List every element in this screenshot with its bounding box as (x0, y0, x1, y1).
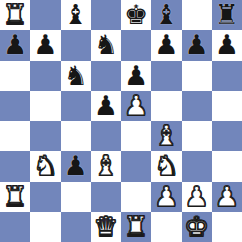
square-h2[interactable]: ♟ (212, 182, 242, 212)
piece-black-pawn[interactable]: ♟ (33, 30, 57, 60)
piece-black-bishop[interactable]: ♝ (64, 0, 88, 30)
piece-white-queen[interactable]: ♛ (94, 212, 118, 242)
square-h5[interactable] (212, 91, 242, 121)
square-a3[interactable] (0, 151, 30, 181)
square-h6[interactable] (212, 61, 242, 91)
square-a7[interactable]: ♟ (0, 30, 30, 60)
piece-white-rook[interactable]: ♜ (124, 212, 148, 242)
square-d7[interactable]: ♞ (91, 30, 121, 60)
square-a6[interactable] (0, 61, 30, 91)
square-g1[interactable]: ♚ (182, 212, 212, 242)
piece-black-pawn[interactable]: ♟ (154, 30, 178, 60)
square-e2[interactable] (121, 182, 151, 212)
square-c6[interactable]: ♞ (61, 61, 91, 91)
square-f8[interactable]: ♝ (151, 0, 181, 30)
piece-white-pawn[interactable]: ♟ (154, 182, 178, 212)
square-b5[interactable] (30, 91, 60, 121)
square-d2[interactable] (91, 182, 121, 212)
square-g5[interactable] (182, 91, 212, 121)
square-f1[interactable] (151, 212, 181, 242)
square-b1[interactable] (30, 212, 60, 242)
square-g3[interactable] (182, 151, 212, 181)
piece-white-knight[interactable]: ♞ (33, 151, 57, 181)
square-h4[interactable] (212, 121, 242, 151)
piece-black-pawn[interactable]: ♟ (215, 30, 239, 60)
piece-black-pawn[interactable]: ♟ (185, 30, 209, 60)
square-c8[interactable]: ♝ (61, 0, 91, 30)
piece-white-rook[interactable]: ♜ (3, 0, 27, 30)
piece-black-pawn[interactable]: ♟ (124, 61, 148, 91)
piece-white-pawn[interactable]: ♟ (215, 182, 239, 212)
square-b7[interactable]: ♟ (30, 30, 60, 60)
piece-black-pawn[interactable]: ♟ (3, 30, 27, 60)
piece-white-bishop[interactable]: ♝ (94, 151, 118, 181)
chess-board: ♜♝♚♝♜♟♟♞♟♟♟♞♟♟♟♝♞♟♝♞♜♟♟♟♛♜♚ (0, 0, 242, 242)
square-f5[interactable] (151, 91, 181, 121)
piece-black-knight[interactable]: ♞ (64, 61, 88, 91)
square-d8[interactable] (91, 0, 121, 30)
piece-white-rook[interactable]: ♜ (3, 182, 27, 212)
square-e8[interactable]: ♚ (121, 0, 151, 30)
piece-black-rook[interactable]: ♜ (215, 0, 239, 30)
square-a4[interactable] (0, 121, 30, 151)
square-h7[interactable]: ♟ (212, 30, 242, 60)
square-e7[interactable] (121, 30, 151, 60)
square-g6[interactable] (182, 61, 212, 91)
square-b6[interactable] (30, 61, 60, 91)
square-e4[interactable] (121, 121, 151, 151)
piece-white-king[interactable]: ♚ (185, 212, 209, 242)
square-d4[interactable] (91, 121, 121, 151)
square-f6[interactable] (151, 61, 181, 91)
square-f3[interactable]: ♞ (151, 151, 181, 181)
square-f2[interactable]: ♟ (151, 182, 181, 212)
chess-board-container: ♜♝♚♝♜♟♟♞♟♟♟♞♟♟♟♝♞♟♝♞♜♟♟♟♛♜♚ (0, 0, 242, 242)
square-a5[interactable] (0, 91, 30, 121)
square-f7[interactable]: ♟ (151, 30, 181, 60)
square-e3[interactable] (121, 151, 151, 181)
square-b8[interactable] (30, 0, 60, 30)
square-a2[interactable]: ♜ (0, 182, 30, 212)
square-h3[interactable] (212, 151, 242, 181)
square-h1[interactable] (212, 212, 242, 242)
square-d3[interactable]: ♝ (91, 151, 121, 181)
square-e6[interactable]: ♟ (121, 61, 151, 91)
square-d5[interactable]: ♟ (91, 91, 121, 121)
piece-black-king[interactable]: ♚ (124, 0, 148, 30)
piece-white-bishop[interactable]: ♝ (154, 121, 178, 151)
piece-black-bishop[interactable]: ♝ (154, 0, 178, 30)
square-g2[interactable]: ♟ (182, 182, 212, 212)
square-c2[interactable] (61, 182, 91, 212)
square-g7[interactable]: ♟ (182, 30, 212, 60)
square-e5[interactable]: ♟ (121, 91, 151, 121)
square-b3[interactable]: ♞ (30, 151, 60, 181)
square-d1[interactable]: ♛ (91, 212, 121, 242)
piece-black-pawn[interactable]: ♟ (94, 91, 118, 121)
piece-white-knight[interactable]: ♞ (154, 151, 178, 181)
square-h8[interactable]: ♜ (212, 0, 242, 30)
square-b4[interactable] (30, 121, 60, 151)
square-c7[interactable] (61, 30, 91, 60)
square-c3[interactable]: ♟ (61, 151, 91, 181)
square-c5[interactable] (61, 91, 91, 121)
piece-black-pawn[interactable]: ♟ (64, 151, 88, 181)
square-g4[interactable] (182, 121, 212, 151)
square-c4[interactable] (61, 121, 91, 151)
square-f4[interactable]: ♝ (151, 121, 181, 151)
piece-black-knight[interactable]: ♞ (94, 30, 118, 60)
piece-white-pawn[interactable]: ♟ (124, 91, 148, 121)
square-a8[interactable]: ♜ (0, 0, 30, 30)
square-a1[interactable] (0, 212, 30, 242)
square-e1[interactable]: ♜ (121, 212, 151, 242)
square-g8[interactable] (182, 0, 212, 30)
square-c1[interactable] (61, 212, 91, 242)
square-b2[interactable] (30, 182, 60, 212)
square-d6[interactable] (91, 61, 121, 91)
piece-white-pawn[interactable]: ♟ (185, 182, 209, 212)
